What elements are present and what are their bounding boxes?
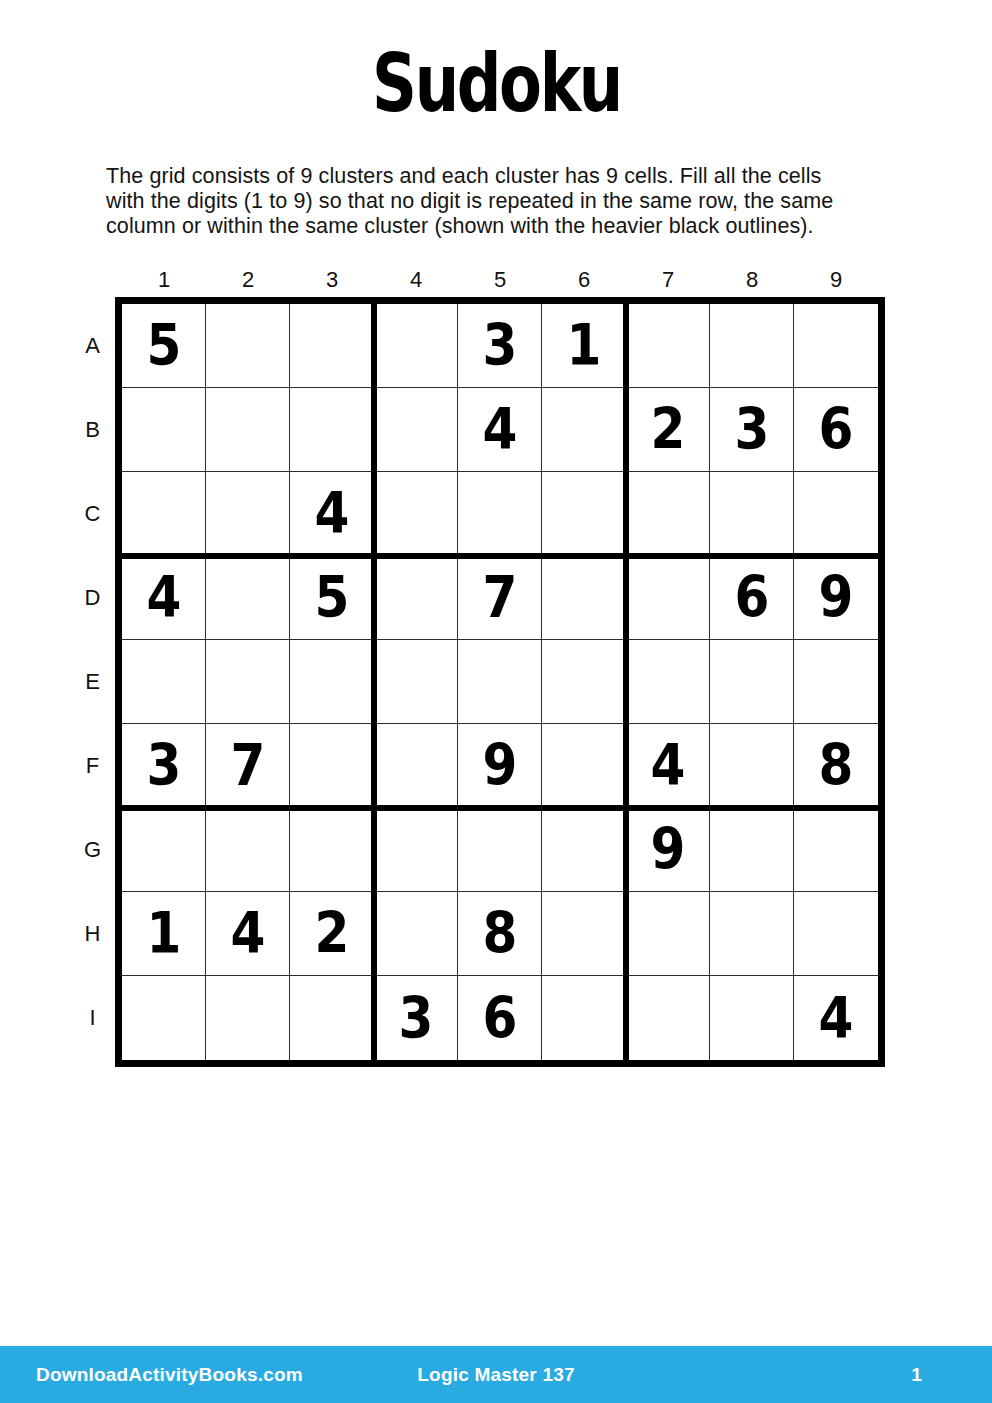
cell-E5[interactable] xyxy=(458,640,542,724)
cell-digit: 2 xyxy=(314,905,349,962)
cell-digit: 6 xyxy=(482,990,517,1047)
cell-G5[interactable] xyxy=(458,808,542,892)
cell-D7[interactable] xyxy=(626,556,710,640)
row-label-H: H xyxy=(70,892,115,976)
cell-I1[interactable] xyxy=(122,976,206,1060)
cell-A8[interactable] xyxy=(710,304,794,388)
cell-A4[interactable] xyxy=(374,304,458,388)
cell-E8[interactable] xyxy=(710,640,794,724)
cell-F7[interactable]: 4 xyxy=(626,724,710,808)
page-title: Sudoku xyxy=(372,42,621,126)
cell-F8[interactable] xyxy=(710,724,794,808)
cell-G9[interactable] xyxy=(794,808,878,892)
cell-C2[interactable] xyxy=(206,472,290,556)
cell-digit: 4 xyxy=(482,401,517,458)
cell-A7[interactable] xyxy=(626,304,710,388)
cell-C6[interactable] xyxy=(542,472,626,556)
cell-E3[interactable] xyxy=(290,640,374,724)
cell-C9[interactable] xyxy=(794,472,878,556)
cell-C8[interactable] xyxy=(710,472,794,556)
footer-page-number: 1 xyxy=(911,1364,922,1386)
cell-digit: 3 xyxy=(398,990,433,1047)
cell-D9[interactable]: 9 xyxy=(794,556,878,640)
cell-B6[interactable] xyxy=(542,388,626,472)
instructions: The grid consists of 9 clusters and each… xyxy=(106,164,906,238)
cell-I6[interactable] xyxy=(542,976,626,1060)
cell-digit: 4 xyxy=(314,485,349,542)
cell-D1[interactable]: 4 xyxy=(122,556,206,640)
cell-G7[interactable]: 9 xyxy=(626,808,710,892)
col-label-8: 8 xyxy=(710,263,794,297)
cell-digit: 4 xyxy=(650,737,685,794)
row-label-D: D xyxy=(70,556,115,640)
cell-A3[interactable] xyxy=(290,304,374,388)
cell-H3[interactable]: 2 xyxy=(290,892,374,976)
cell-B9[interactable]: 6 xyxy=(794,388,878,472)
cell-digit: 9 xyxy=(819,569,854,626)
cell-B2[interactable] xyxy=(206,388,290,472)
cell-D3[interactable]: 5 xyxy=(290,556,374,640)
cell-digit: 4 xyxy=(819,990,854,1047)
cell-digit: 5 xyxy=(314,569,349,626)
cell-digit: 3 xyxy=(734,401,769,458)
cell-E2[interactable] xyxy=(206,640,290,724)
footer-series-title: Logic Master 137 xyxy=(0,1364,992,1386)
row-label-B: B xyxy=(70,388,115,472)
cell-D5[interactable]: 7 xyxy=(458,556,542,640)
col-label-6: 6 xyxy=(542,263,626,297)
cell-A1[interactable]: 5 xyxy=(122,304,206,388)
cell-H9[interactable] xyxy=(794,892,878,976)
cell-C3[interactable]: 4 xyxy=(290,472,374,556)
cell-H4[interactable] xyxy=(374,892,458,976)
cell-H2[interactable]: 4 xyxy=(206,892,290,976)
cell-digit: 4 xyxy=(230,905,265,962)
col-label-7: 7 xyxy=(626,263,710,297)
cluster-divider-v2 xyxy=(623,304,629,1060)
row-label-E: E xyxy=(70,640,115,724)
cell-digit: 3 xyxy=(146,737,181,794)
cell-digit: 7 xyxy=(230,737,265,794)
cluster-divider-h1 xyxy=(122,553,878,559)
cell-G4[interactable] xyxy=(374,808,458,892)
cell-E6[interactable] xyxy=(542,640,626,724)
cell-digit: 9 xyxy=(650,821,685,878)
cell-D6[interactable] xyxy=(542,556,626,640)
cell-digit: 6 xyxy=(734,569,769,626)
cell-G2[interactable] xyxy=(206,808,290,892)
cell-digit: 2 xyxy=(650,401,685,458)
col-label-3: 3 xyxy=(290,263,374,297)
cell-H6[interactable] xyxy=(542,892,626,976)
sudoku-board-area: 123456789 ABCDEFGHI 53142364457693794891… xyxy=(70,263,900,1073)
cell-E4[interactable] xyxy=(374,640,458,724)
cell-D2[interactable] xyxy=(206,556,290,640)
cell-I8[interactable] xyxy=(710,976,794,1060)
row-label-G: G xyxy=(70,808,115,892)
cell-E1[interactable] xyxy=(122,640,206,724)
cell-H1[interactable]: 1 xyxy=(122,892,206,976)
cell-B4[interactable] xyxy=(374,388,458,472)
cell-I4[interactable]: 3 xyxy=(374,976,458,1060)
cell-I7[interactable] xyxy=(626,976,710,1060)
cell-digit: 1 xyxy=(566,317,601,374)
cell-F1[interactable]: 3 xyxy=(122,724,206,808)
cell-B1[interactable] xyxy=(122,388,206,472)
cluster-divider-v1 xyxy=(371,304,377,1060)
cell-F5[interactable]: 9 xyxy=(458,724,542,808)
cell-A9[interactable] xyxy=(794,304,878,388)
cell-digit: 4 xyxy=(146,569,181,626)
footer-bar: DownloadActivityBooks.com Logic Master 1… xyxy=(0,1346,992,1403)
cell-C5[interactable] xyxy=(458,472,542,556)
cell-F4[interactable] xyxy=(374,724,458,808)
cell-digit: 9 xyxy=(482,737,517,794)
title-row: Sudoku xyxy=(0,42,992,126)
cell-F6[interactable] xyxy=(542,724,626,808)
row-labels: ABCDEFGHI xyxy=(70,297,115,1060)
row-label-I: I xyxy=(70,976,115,1060)
cell-C1[interactable] xyxy=(122,472,206,556)
cell-I9[interactable]: 4 xyxy=(794,976,878,1060)
cell-C7[interactable] xyxy=(626,472,710,556)
cell-F9[interactable]: 8 xyxy=(794,724,878,808)
cell-G1[interactable] xyxy=(122,808,206,892)
cell-G6[interactable] xyxy=(542,808,626,892)
cell-digit: 3 xyxy=(482,317,517,374)
cell-A5[interactable]: 3 xyxy=(458,304,542,388)
col-label-4: 4 xyxy=(374,263,458,297)
cell-digit: 8 xyxy=(482,905,517,962)
cell-digit: 8 xyxy=(819,737,854,794)
col-label-1: 1 xyxy=(122,263,206,297)
cell-H5[interactable]: 8 xyxy=(458,892,542,976)
cell-I2[interactable] xyxy=(206,976,290,1060)
cell-D4[interactable] xyxy=(374,556,458,640)
cell-F3[interactable] xyxy=(290,724,374,808)
cell-digit: 5 xyxy=(146,317,181,374)
cell-G8[interactable] xyxy=(710,808,794,892)
cell-F2[interactable]: 7 xyxy=(206,724,290,808)
cell-B3[interactable] xyxy=(290,388,374,472)
cell-B7[interactable]: 2 xyxy=(626,388,710,472)
row-label-A: A xyxy=(70,304,115,388)
cell-I3[interactable] xyxy=(290,976,374,1060)
instructions-line-3: column or within the same cluster (shown… xyxy=(106,214,906,239)
cell-B5[interactable]: 4 xyxy=(458,388,542,472)
cell-E7[interactable] xyxy=(626,640,710,724)
cluster-divider-h2 xyxy=(122,805,878,811)
cell-G3[interactable] xyxy=(290,808,374,892)
cell-E9[interactable] xyxy=(794,640,878,724)
col-label-5: 5 xyxy=(458,263,542,297)
instructions-line-1: The grid consists of 9 clusters and each… xyxy=(106,164,906,189)
cell-digit: 7 xyxy=(482,569,517,626)
row-label-C: C xyxy=(70,472,115,556)
cell-A2[interactable] xyxy=(206,304,290,388)
cell-D8[interactable]: 6 xyxy=(710,556,794,640)
row-label-F: F xyxy=(70,724,115,808)
col-label-9: 9 xyxy=(794,263,878,297)
worksheet-page: Sudoku The grid consists of 9 clusters a… xyxy=(0,0,992,1403)
cell-B8[interactable]: 3 xyxy=(710,388,794,472)
sudoku-board: 53142364457693794891428364 xyxy=(115,297,885,1067)
cell-C4[interactable] xyxy=(374,472,458,556)
cell-I5[interactable]: 6 xyxy=(458,976,542,1060)
col-label-2: 2 xyxy=(206,263,290,297)
column-labels: 123456789 xyxy=(115,263,878,297)
cell-H7[interactable] xyxy=(626,892,710,976)
cell-digit: 6 xyxy=(819,401,854,458)
cell-H8[interactable] xyxy=(710,892,794,976)
cell-A6[interactable]: 1 xyxy=(542,304,626,388)
cell-digit: 1 xyxy=(146,905,181,962)
instructions-line-2: with the digits (1 to 9) so that no digi… xyxy=(106,189,906,214)
